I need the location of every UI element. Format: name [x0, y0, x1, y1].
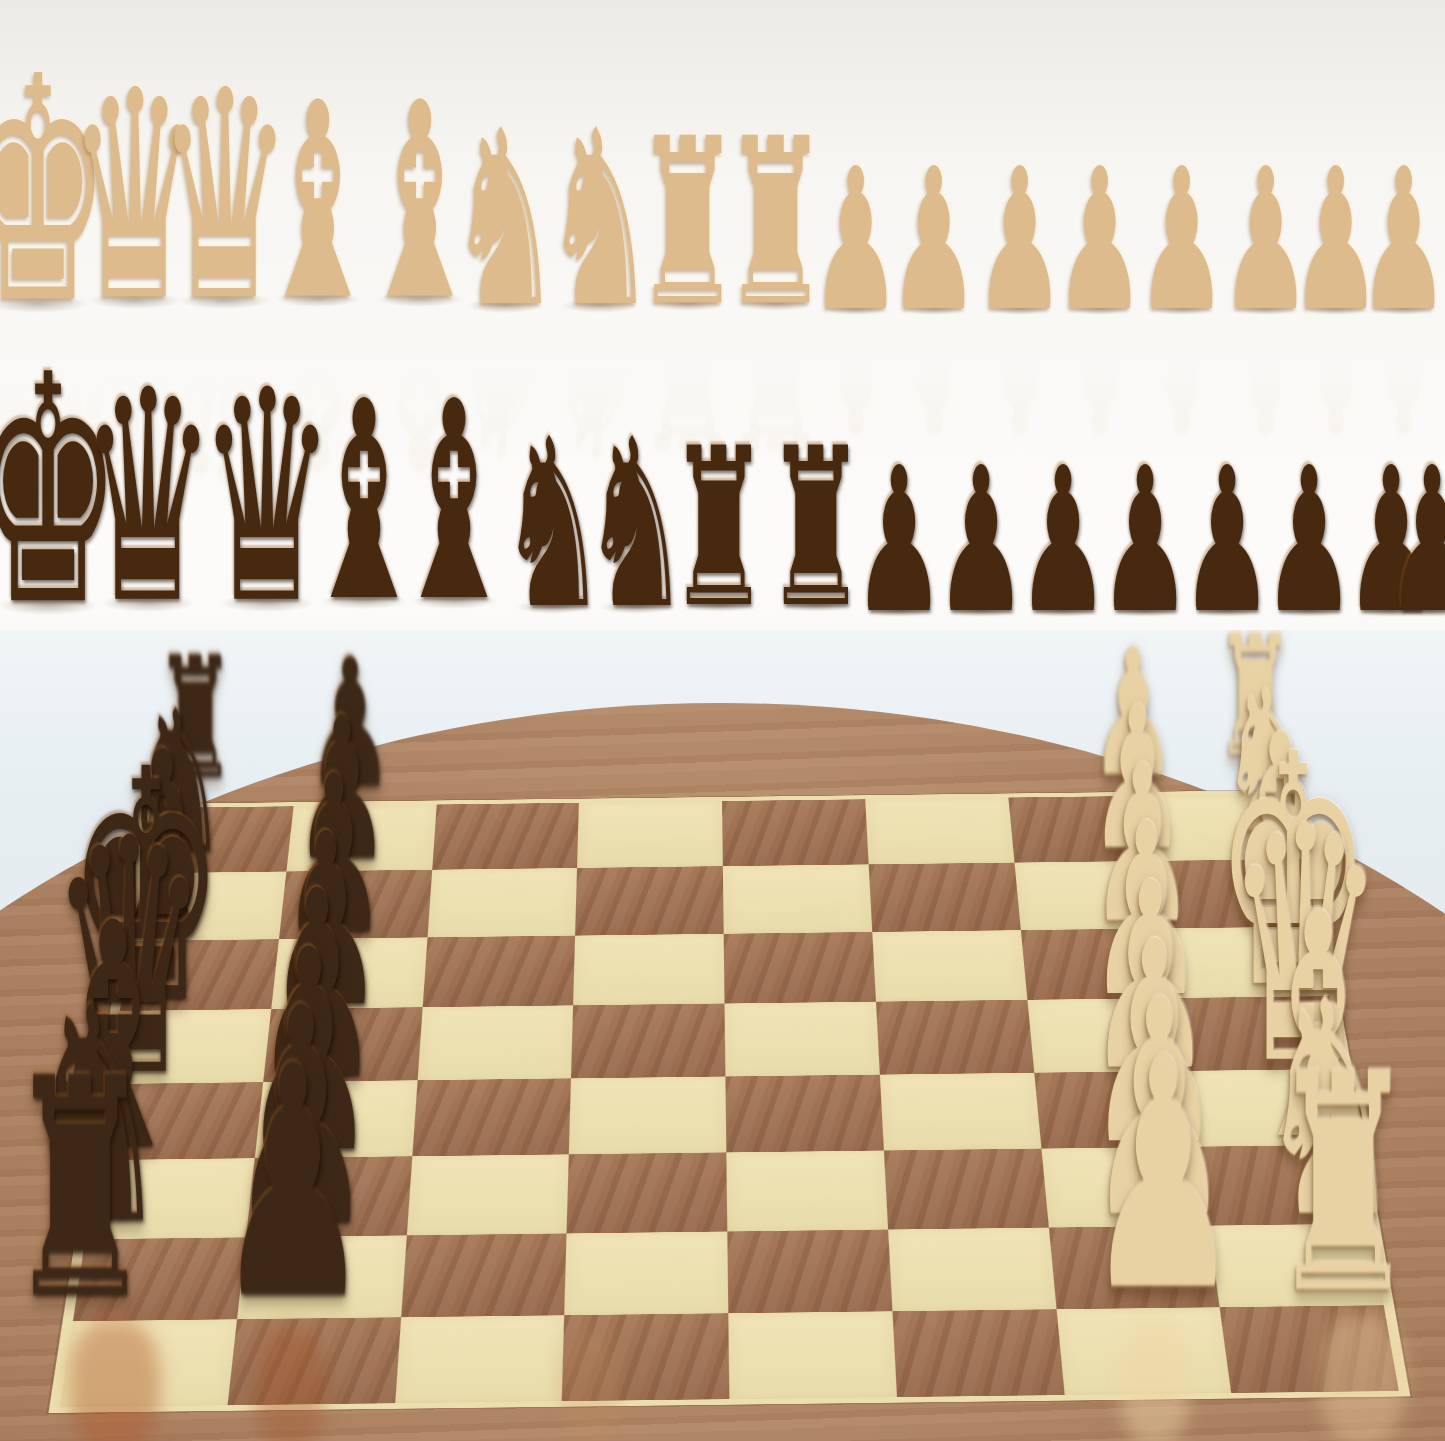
piece-reflection: ♟	[1290, 280, 1381, 456]
piece-reflection: ♞	[499, 571, 608, 630]
showcase-dark-pawn: ♟	[1385, 441, 1445, 630]
showcase-dark-queen: ♛	[80, 352, 216, 630]
showcase-dark-knight: ♞	[499, 408, 608, 630]
piece-reflection: ♟	[1385, 581, 1445, 630]
piece-ground-shadow	[825, 303, 888, 315]
showcase-dark-queen: ♛	[199, 352, 335, 630]
piece-ground-shadow	[949, 605, 1013, 617]
showcase-dark-king: ♚	[0, 334, 121, 630]
piece-ground-shadow	[651, 297, 724, 311]
showcase-light-pawn: ♟	[1290, 142, 1381, 338]
piece-ground-shadow	[1400, 605, 1445, 617]
piece-reflection: ♟	[810, 280, 901, 456]
showcase-dark-rook: ♜	[668, 419, 770, 630]
piece-ground-shadow	[1235, 303, 1298, 315]
piece-ground-shadow	[275, 291, 361, 307]
piece-reflection: ♟	[852, 581, 945, 630]
piece-ground-shadow	[89, 292, 181, 309]
piece-reflection: ♞	[582, 571, 691, 630]
piece-ground-shadow	[1305, 303, 1368, 315]
piece-reflection: ♟	[1180, 581, 1273, 630]
piece-reflection: ♟	[1262, 581, 1355, 630]
piece-reflection: ♝	[357, 257, 483, 500]
piece-lineup-photo: ♚♚♛♛♛♛♝♝♝♝♞♞♞♞♜♜♜♜♟♟♟♟♟♟♟♟♟♟♟♟♟♟♟♟ ♚♚♛♛♛…	[0, 0, 1445, 630]
showcase-light-queen: ♛	[68, 53, 202, 341]
piece-ground-shadow	[220, 594, 313, 612]
board-photo: ♜♞♝♚♛♝♞♜♟♟♟♟♟♟♟♟♟♟♟♟♟♟♟♟♜♞♝♚♛♝♞♜	[0, 630, 1445, 1441]
piece-reflection: ♜	[765, 572, 867, 630]
showcase-light-pawn: ♟	[1220, 142, 1311, 338]
piece-reflection: ♟	[974, 280, 1065, 456]
piece-ground-shadow	[781, 599, 851, 612]
showcase-light-bishop: ♝	[255, 68, 381, 338]
piece-reflection: ♝	[390, 558, 518, 630]
piece-ground-shadow	[410, 593, 498, 609]
piece-ground-shadow	[320, 593, 408, 609]
piece-ground-shadow	[1373, 303, 1436, 315]
piece-reflection: ♞	[544, 268, 657, 486]
piece-ground-shadow	[739, 297, 812, 311]
showcase-light-pawn: ♟	[810, 142, 901, 338]
piece-reflection: ♟	[1016, 581, 1109, 630]
showcase-dark-bishop: ♝	[300, 366, 428, 630]
showcase-light-pawn: ♟	[888, 142, 979, 338]
piece-ground-shadow	[1277, 605, 1341, 617]
piece-reflection: ♛	[68, 255, 202, 514]
piece-ground-shadow	[867, 605, 931, 617]
piece-reflection: ♟	[888, 280, 979, 456]
piece-reflection: ♟	[934, 581, 1027, 630]
showcase-dark-pawn: ♟	[1180, 441, 1273, 630]
showcase-light-queen: ♛	[158, 53, 292, 341]
board-white-rook: ♜	[1214, 630, 1296, 780]
piece-ground-shadow	[684, 599, 754, 612]
piece-reflection: ♟	[1344, 581, 1437, 630]
piece-ground-shadow	[0, 596, 98, 615]
piece-reflection: ♝	[300, 558, 428, 630]
showcase-dark-pawn: ♟	[1098, 441, 1191, 630]
board-black-rook: ♜	[154, 635, 236, 802]
piece-reflection: ♛	[80, 556, 216, 630]
piece-reflection: ♟	[1098, 581, 1191, 630]
piece-ground-shadow	[1113, 605, 1177, 617]
piece-ground-shadow	[599, 600, 674, 614]
piece-reflection: ♚	[0, 254, 110, 533]
piece-reflection: ♟	[1358, 280, 1445, 456]
showcase-light-knight: ♞	[544, 98, 657, 340]
piece-ground-shadow	[377, 291, 463, 307]
piece-ground-shadow	[1151, 303, 1214, 315]
piece-ground-shadow	[0, 294, 88, 313]
piece-reflection: ♝	[255, 257, 381, 500]
showcase-dark-pawn: ♟	[1344, 441, 1437, 630]
showcase-light-rook: ♜	[723, 108, 830, 337]
showcase-dark-pawn: ♟	[1016, 441, 1109, 630]
piece-reflection: ♟	[1220, 280, 1311, 456]
chess-set-product-photo: ♚♚♛♛♛♛♝♝♝♝♞♞♞♞♜♜♜♜♟♟♟♟♟♟♟♟♟♟♟♟♟♟♟♟ ♚♚♛♛♛…	[0, 0, 1445, 1441]
piece-ground-shadow	[1195, 605, 1259, 617]
showcase-dark-knight: ♞	[582, 408, 691, 630]
piece-ground-shadow	[466, 298, 543, 313]
piece-ground-shadow	[179, 292, 271, 309]
showcase-light-knight: ♞	[449, 98, 562, 340]
showcase-dark-pawn: ♟	[852, 441, 945, 630]
piece-reflection: ♟	[1054, 280, 1145, 456]
showcase-light-pawn: ♟	[1358, 142, 1445, 338]
piece-ground-shadow	[1359, 605, 1423, 617]
glossy-reflection-overlay	[0, 703, 1445, 1441]
piece-ground-shadow	[101, 594, 194, 612]
piece-ground-shadow	[561, 298, 638, 313]
piece-ground-shadow	[903, 303, 966, 315]
showcase-dark-pawn: ♟	[934, 441, 1027, 630]
piece-reflection: ♟	[1136, 280, 1227, 456]
showcase-dark-bishop: ♝	[390, 366, 518, 630]
piece-ground-shadow	[516, 600, 591, 614]
piece-reflection: ♜	[635, 269, 742, 475]
showcase-light-pawn: ♟	[1136, 142, 1227, 338]
showcase-dark-pawn: ♟	[1262, 441, 1355, 630]
piece-reflection: ♞	[449, 268, 562, 486]
showcase-dark-rook: ♜	[765, 419, 867, 630]
showcase-light-pawn: ♟	[974, 142, 1065, 338]
piece-reflection: ♜	[668, 572, 770, 630]
piece-ground-shadow	[1069, 303, 1132, 315]
piece-ground-shadow	[1031, 605, 1095, 617]
piece-reflection: ♚	[0, 555, 121, 630]
showcase-light-rook: ♜	[635, 108, 742, 337]
piece-reflection: ♛	[158, 255, 292, 514]
showcase-light-king: ♚	[0, 37, 110, 347]
piece-ground-shadow	[989, 303, 1052, 315]
showcase-light-pawn: ♟	[1054, 142, 1145, 338]
piece-reflection: ♜	[723, 269, 830, 475]
showcase-light-bishop: ♝	[357, 68, 483, 338]
piece-reflection: ♛	[199, 556, 335, 630]
